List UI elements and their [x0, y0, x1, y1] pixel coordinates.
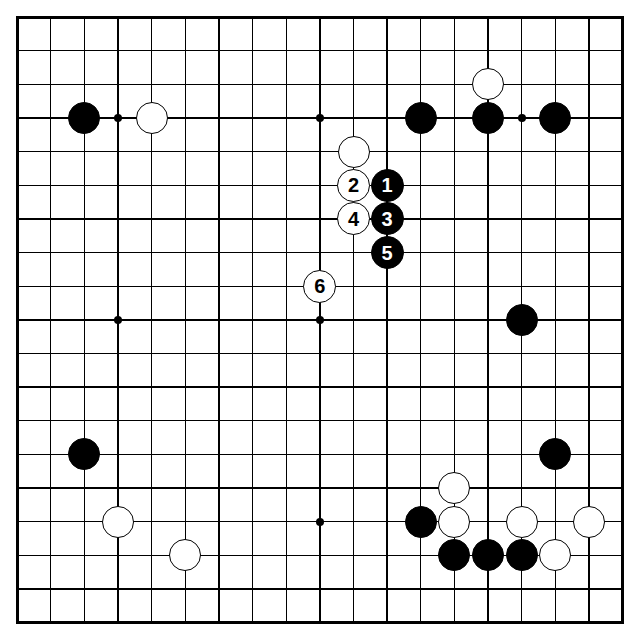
star-point [518, 114, 526, 122]
stone-black [472, 102, 504, 134]
stone-move-1: 1 [371, 169, 404, 202]
stone-move-3: 3 [371, 202, 404, 235]
stone-black [68, 102, 100, 134]
stone-move-6: 6 [303, 270, 336, 303]
stone-white [136, 102, 168, 134]
stone-white [438, 506, 470, 538]
stone-black [405, 506, 437, 538]
stone-white [506, 506, 538, 538]
stone-move-2: 2 [337, 169, 370, 202]
stone-move-5: 5 [371, 236, 404, 269]
star-point [114, 316, 122, 324]
stone-black [506, 539, 538, 571]
star-point [114, 114, 122, 122]
stone-white [102, 506, 134, 538]
star-point [316, 316, 324, 324]
stone-black [506, 304, 538, 336]
star-point [316, 114, 324, 122]
star-point [316, 518, 324, 526]
stone-white [338, 136, 370, 168]
stone-white [573, 506, 605, 538]
go-diagram: 214356 [0, 0, 640, 640]
stone-black [405, 102, 437, 134]
go-board: 214356 [0, 0, 640, 640]
